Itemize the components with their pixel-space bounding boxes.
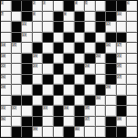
cell-r13c12-block xyxy=(117,127,127,137)
cell-r2c8-block xyxy=(75,12,85,22)
clue-number: 30 xyxy=(96,96,101,100)
clue-number: 25 xyxy=(117,64,122,68)
cell-r10c1[interactable] xyxy=(1,96,11,106)
cell-r3c6-block xyxy=(54,22,64,32)
cell-r3c1[interactable] xyxy=(1,22,11,32)
cell-r12c2[interactable] xyxy=(12,117,22,127)
cell-r3c8-block xyxy=(75,22,85,32)
cell-r2c9[interactable] xyxy=(85,12,95,22)
cell-r13c10[interactable] xyxy=(96,127,106,137)
cell-r13c13[interactable] xyxy=(127,127,137,137)
cell-r9c3[interactable] xyxy=(22,85,32,95)
cell-r3c9[interactable] xyxy=(85,22,95,32)
cell-r8c2[interactable] xyxy=(12,75,22,85)
cell-r9c12[interactable] xyxy=(117,85,127,95)
cell-r10c8[interactable] xyxy=(75,96,85,106)
cell-r4c11-block xyxy=(106,33,116,43)
cell-r5c2[interactable]: 15 xyxy=(12,43,22,53)
cell-r7c1[interactable]: 22 xyxy=(1,64,11,74)
cell-r13c6[interactable] xyxy=(54,127,64,137)
clue-number: 2 xyxy=(33,1,36,5)
cell-r6c4[interactable]: 19 xyxy=(33,54,43,64)
cell-r8c4[interactable] xyxy=(33,75,43,85)
clue-number: 18 xyxy=(1,54,6,58)
cell-r4c5-block xyxy=(43,33,53,43)
cell-r1c5[interactable]: 3 xyxy=(43,1,53,11)
cell-r4c12-block xyxy=(117,33,127,43)
cell-r9c11[interactable]: 29 xyxy=(106,85,116,95)
clue-number: 33 xyxy=(43,106,48,110)
cell-r2c4[interactable]: 8 xyxy=(33,12,43,22)
clue-number: 16 xyxy=(106,43,111,47)
cell-r8c9-block xyxy=(85,75,95,85)
cell-r7c4[interactable]: 23 xyxy=(33,64,43,74)
cell-r2c5[interactable] xyxy=(43,12,53,22)
cell-r11c2[interactable]: 32 xyxy=(12,106,22,116)
cell-r5c11[interactable]: 16 xyxy=(106,43,116,53)
cell-r9c1[interactable]: 28 xyxy=(1,85,11,95)
cell-r10c4[interactable] xyxy=(33,96,43,106)
clue-number: 36 xyxy=(1,117,6,121)
cell-r7c8-block xyxy=(75,64,85,74)
clue-number: 23 xyxy=(33,64,38,68)
clue-number: 7 xyxy=(1,12,4,16)
clue-number: 28 xyxy=(1,85,6,89)
cell-r3c10-block xyxy=(96,22,106,32)
cell-r2c3-block xyxy=(22,12,32,22)
cell-r9c10-block xyxy=(96,85,106,95)
cell-r11c7[interactable]: 34 xyxy=(64,106,74,116)
cell-r2c6-block xyxy=(54,12,64,22)
clue-number: 22 xyxy=(1,64,6,68)
cell-r9c2[interactable] xyxy=(12,85,22,95)
clue-number: 26 xyxy=(1,75,6,79)
cell-r10c11[interactable] xyxy=(106,96,116,106)
cell-r9c7[interactable] xyxy=(64,85,74,95)
cell-r6c12[interactable]: 21 xyxy=(117,54,127,64)
cell-r2c7[interactable]: 9 xyxy=(64,12,74,22)
cell-r13c1[interactable] xyxy=(1,127,11,137)
cell-r4c9-block xyxy=(85,33,95,43)
cell-r3c3[interactable]: 11 xyxy=(22,22,32,32)
cell-r12c8-block xyxy=(75,117,85,127)
clue-number: 4 xyxy=(75,1,78,5)
cell-r4c2-block xyxy=(12,33,22,43)
cell-r8c11-block xyxy=(106,75,116,85)
cell-r9c13[interactable] xyxy=(127,85,137,95)
cell-r6c1[interactable]: 18 xyxy=(1,54,11,64)
cell-r5c1[interactable]: 14 xyxy=(1,43,11,53)
cell-r4c8[interactable] xyxy=(75,33,85,43)
clue-number: 1 xyxy=(1,1,4,5)
cell-r11c12-block xyxy=(117,106,127,116)
cell-r6c5-block xyxy=(43,54,53,64)
cell-r9c9[interactable] xyxy=(85,85,95,95)
cell-r1c7-block xyxy=(64,1,74,11)
cell-r5c4-block xyxy=(33,43,43,53)
cell-r9c8-block xyxy=(75,85,85,95)
cell-r1c6[interactable] xyxy=(54,1,64,11)
cell-r3c11[interactable]: 12 xyxy=(106,22,116,32)
cell-r5c10-block xyxy=(96,43,106,53)
clue-number: 15 xyxy=(12,43,17,47)
cell-r6c2[interactable] xyxy=(12,54,22,64)
cell-r2c12[interactable]: 10 xyxy=(117,12,127,22)
cell-r10c6[interactable] xyxy=(54,96,64,106)
cell-r10c7-block xyxy=(64,96,74,106)
cell-r6c6[interactable] xyxy=(54,54,64,64)
cell-r2c2[interactable] xyxy=(12,12,22,22)
cell-r13c4[interactable]: 39 xyxy=(33,127,43,137)
clue-number: 19 xyxy=(33,54,38,58)
cell-r8c12[interactable]: 27 xyxy=(117,75,127,85)
cell-r5c9[interactable] xyxy=(85,43,95,53)
cell-r1c13[interactable]: 6 xyxy=(127,1,137,11)
cell-r13c7-block xyxy=(64,127,74,137)
cell-r13c3-block xyxy=(22,127,32,137)
clue-number: 32 xyxy=(12,106,17,110)
cell-r10c3-block xyxy=(22,96,32,106)
clue-number: 14 xyxy=(1,43,6,47)
cell-r7c3-block xyxy=(22,64,32,74)
cell-r7c6-block xyxy=(54,64,64,74)
cell-r1c11-block xyxy=(106,1,116,11)
cell-r11c4-block xyxy=(33,106,43,116)
cell-r5c13[interactable] xyxy=(127,43,137,53)
cell-r7c7[interactable] xyxy=(64,64,74,74)
cell-r4c4[interactable] xyxy=(33,33,43,43)
cell-r11c10[interactable] xyxy=(96,106,106,116)
cell-r10c10[interactable]: 30 xyxy=(96,96,106,106)
clue-number: 29 xyxy=(106,85,111,89)
cell-r3c13[interactable] xyxy=(127,22,137,32)
cell-r1c4[interactable]: 2 xyxy=(33,1,43,11)
cell-r11c8-block xyxy=(75,106,85,116)
clue-number: 20 xyxy=(96,54,101,58)
cell-r7c5[interactable] xyxy=(43,64,53,74)
cell-r12c3-block xyxy=(22,117,32,127)
crossword-grid: 1234567891011121314151617181920212223242… xyxy=(0,0,138,138)
clue-number: 10 xyxy=(117,12,122,16)
cell-r12c6-block xyxy=(54,117,64,127)
cell-r10c13[interactable] xyxy=(127,96,137,106)
clue-number: 9 xyxy=(64,12,67,16)
cell-r8c7-block xyxy=(64,75,74,85)
cell-r6c9-block xyxy=(85,54,95,64)
cell-r11c11[interactable] xyxy=(106,106,116,116)
cell-r8c8[interactable] xyxy=(75,75,85,85)
cell-r6c10[interactable]: 20 xyxy=(96,54,106,64)
cell-r5c6-block xyxy=(54,43,64,53)
cell-r10c9-block xyxy=(85,96,95,106)
cell-r10c2-block xyxy=(12,96,22,106)
cell-r12c12[interactable]: 38 xyxy=(117,117,127,127)
cell-r12c10[interactable] xyxy=(96,117,106,127)
cell-r12c13[interactable] xyxy=(127,117,137,127)
cell-r3c5[interactable] xyxy=(43,22,53,32)
cell-r1c10[interactable] xyxy=(96,1,106,11)
cell-r4c3[interactable]: 13 xyxy=(22,33,32,43)
cell-r11c3[interactable] xyxy=(22,106,32,116)
cell-r5c12[interactable]: 17 xyxy=(117,43,127,53)
clue-number: 27 xyxy=(117,75,122,79)
cell-r4c6[interactable] xyxy=(54,33,64,43)
cell-r2c1[interactable]: 7 xyxy=(1,12,11,22)
clue-number: 34 xyxy=(64,106,69,110)
crossword-puzzle: 1234567891011121314151617181920212223242… xyxy=(0,0,140,140)
cell-r9c5[interactable] xyxy=(43,85,53,95)
cell-r7c12[interactable]: 25 xyxy=(117,64,127,74)
clue-number: 17 xyxy=(117,43,122,47)
cell-r1c3-block xyxy=(22,1,32,11)
clue-number: 11 xyxy=(22,22,27,26)
cell-r8c10[interactable] xyxy=(96,75,106,85)
cell-r2c13[interactable] xyxy=(127,12,137,22)
cell-r13c5[interactable] xyxy=(43,127,53,137)
cell-r11c1[interactable]: 31 xyxy=(1,106,11,116)
clue-number: 37 xyxy=(85,117,90,121)
cell-r1c12-block xyxy=(117,1,127,11)
clue-number: 8 xyxy=(33,12,36,16)
cell-r3c4[interactable] xyxy=(33,22,43,32)
cell-r8c13[interactable] xyxy=(127,75,137,85)
cell-r11c13[interactable] xyxy=(127,106,137,116)
clue-number: 5 xyxy=(85,1,88,5)
cell-r6c8[interactable] xyxy=(75,54,85,64)
cell-r1c2-block xyxy=(12,1,22,11)
cell-r12c1[interactable]: 36 xyxy=(1,117,11,127)
cell-r7c13[interactable] xyxy=(127,64,137,74)
cell-r12c9[interactable]: 37 xyxy=(85,117,95,127)
clue-number: 6 xyxy=(127,1,130,5)
cell-r2c10-block xyxy=(96,12,106,22)
cell-r8c3-block xyxy=(22,75,32,85)
cell-r1c1[interactable]: 1 xyxy=(1,1,11,11)
clue-number: 13 xyxy=(22,33,27,37)
clue-number: 38 xyxy=(117,117,122,121)
cell-r12c11-block xyxy=(106,117,116,127)
cell-r7c9[interactable]: 24 xyxy=(85,64,95,74)
cell-r5c7[interactable] xyxy=(64,43,74,53)
cell-r8c6[interactable] xyxy=(54,75,64,85)
cell-r9c4-block xyxy=(33,85,43,95)
cell-r5c8-block xyxy=(75,43,85,53)
cell-r6c3-block xyxy=(22,54,32,64)
cell-r8c5-block xyxy=(43,75,53,85)
cell-r1c8[interactable]: 4 xyxy=(75,1,85,11)
cell-r12c4-block xyxy=(33,117,43,127)
cell-r13c2-block xyxy=(12,127,22,137)
cell-r4c7-block xyxy=(64,33,74,43)
cell-r12c7[interactable] xyxy=(64,117,74,127)
clue-number: 39 xyxy=(33,127,38,131)
cell-r3c12[interactable] xyxy=(117,22,127,32)
cell-r11c9[interactable]: 35 xyxy=(85,106,95,116)
cell-r6c11-block xyxy=(106,54,116,64)
cell-r9c6-block xyxy=(54,85,64,95)
cell-r8c1[interactable]: 26 xyxy=(1,75,11,85)
cell-r7c2[interactable] xyxy=(12,64,22,74)
cell-r6c13[interactable] xyxy=(127,54,137,64)
cell-r3c7[interactable] xyxy=(64,22,74,32)
cell-r3c2-block xyxy=(12,22,22,32)
clue-number: 31 xyxy=(1,106,6,110)
cell-r7c10[interactable] xyxy=(96,64,106,74)
cell-r5c5[interactable] xyxy=(43,43,53,53)
clue-number: 24 xyxy=(85,64,90,68)
cell-r2c11-block xyxy=(106,12,116,22)
cell-r4c1[interactable] xyxy=(1,33,11,43)
cell-r4c13[interactable] xyxy=(127,33,137,43)
cell-r10c12-block xyxy=(117,96,127,106)
cell-r6c7-block xyxy=(64,54,74,64)
clue-number: 35 xyxy=(85,106,90,110)
cell-r11c5[interactable]: 33 xyxy=(43,106,53,116)
cell-r7c11-block xyxy=(106,64,116,74)
clue-number: 40 xyxy=(75,127,80,131)
cell-r11c6-block xyxy=(54,106,64,116)
cell-r10c5-block xyxy=(43,96,53,106)
cell-r13c11-block xyxy=(106,127,116,137)
clue-number: 12 xyxy=(106,22,111,26)
cell-r13c9[interactable] xyxy=(85,127,95,137)
cell-r13c8[interactable]: 40 xyxy=(75,127,85,137)
cell-r5c3[interactable] xyxy=(22,43,32,53)
clue-number: 21 xyxy=(117,54,122,58)
cell-r4c10[interactable] xyxy=(96,33,106,43)
cell-r1c9[interactable]: 5 xyxy=(85,1,95,11)
cell-r12c5[interactable] xyxy=(43,117,53,127)
clue-number: 3 xyxy=(43,1,46,5)
